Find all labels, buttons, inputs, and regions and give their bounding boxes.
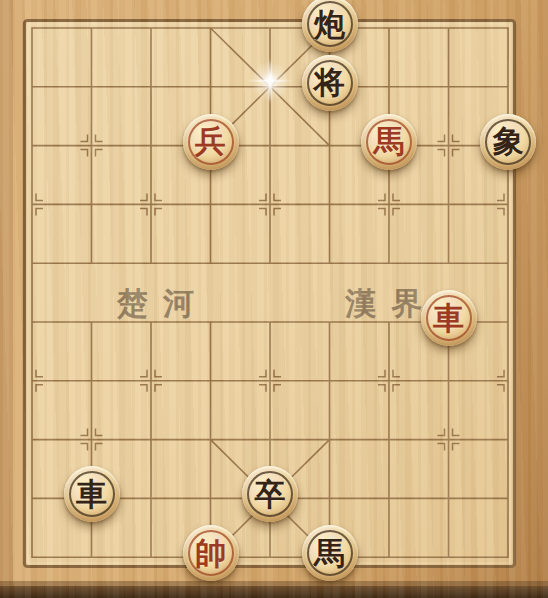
piece-red-soldier[interactable]: 兵 — [183, 114, 239, 170]
piece-black-general[interactable]: 将 — [302, 55, 358, 111]
piece-character: 象 — [480, 114, 536, 170]
piece-ring — [307, 1, 353, 47]
piece-character: 馬 — [302, 525, 358, 581]
piece-red-chariot[interactable]: 車 — [421, 290, 477, 346]
piece-ring — [426, 295, 472, 341]
piece-black-elephant[interactable]: 象 — [480, 114, 536, 170]
piece-character: 馬 — [361, 114, 417, 170]
piece-red-horse[interactable]: 馬 — [361, 114, 417, 170]
piece-ring — [307, 530, 353, 576]
piece-character: 兵 — [183, 114, 239, 170]
piece-character: 炮 — [302, 0, 358, 52]
piece-ring — [188, 530, 234, 576]
piece-character: 将 — [302, 55, 358, 111]
piece-black-soldier[interactable]: 卒 — [242, 466, 298, 522]
piece-character: 卒 — [242, 466, 298, 522]
piece-ring — [188, 119, 234, 165]
piece-ring — [69, 471, 115, 517]
piece-ring — [485, 119, 531, 165]
piece-ring — [247, 471, 293, 517]
piece-black-chariot[interactable]: 車 — [64, 466, 120, 522]
piece-black-horse[interactable]: 馬 — [302, 525, 358, 581]
xiangqi-game: 楚河 漢界 炮将兵馬象車車卒帥馬 — [0, 0, 548, 598]
pieces-layer: 炮将兵馬象車車卒帥馬 — [0, 0, 548, 598]
piece-ring — [366, 119, 412, 165]
piece-character: 車 — [421, 290, 477, 346]
piece-black-cannon[interactable]: 炮 — [302, 0, 358, 52]
piece-character: 車 — [64, 466, 120, 522]
piece-ring — [307, 60, 353, 106]
piece-red-general[interactable]: 帥 — [183, 525, 239, 581]
piece-character: 帥 — [183, 525, 239, 581]
